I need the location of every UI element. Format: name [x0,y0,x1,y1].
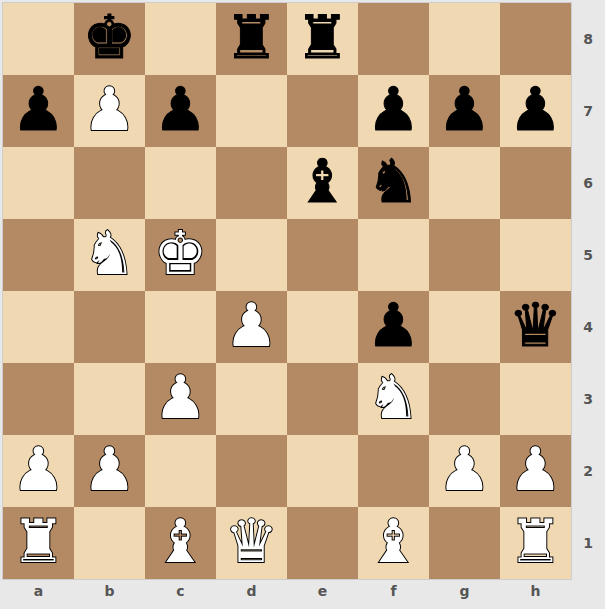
square-g6[interactable] [429,147,500,219]
square-e5[interactable] [287,219,358,291]
file-label-d: d [216,579,287,609]
square-g7[interactable]: ♟ [429,75,500,147]
square-h6[interactable] [500,147,571,219]
file-label-e: e [287,579,358,609]
square-d7[interactable] [216,75,287,147]
file-label-c: c [145,579,216,609]
square-f5[interactable] [358,219,429,291]
square-d4[interactable]: ♟ [216,291,287,363]
black-pawn[interactable]: ♟ [154,79,208,139]
rank-label-5: 5 [571,219,605,291]
square-b2[interactable]: ♟ [74,435,145,507]
square-d2[interactable] [216,435,287,507]
square-g4[interactable] [429,291,500,363]
rank-label-2: 2 [571,435,605,507]
square-c7[interactable]: ♟ [145,75,216,147]
square-c5[interactable]: ♚ [145,219,216,291]
square-b4[interactable] [74,291,145,363]
file-label-a: a [3,579,74,609]
square-c8[interactable] [145,3,216,75]
square-h1[interactable]: ♜ [500,507,571,579]
square-c4[interactable] [145,291,216,363]
square-a6[interactable] [3,147,74,219]
black-pawn[interactable]: ♟ [367,295,421,355]
square-e3[interactable] [287,363,358,435]
black-pawn[interactable]: ♟ [367,79,421,139]
white-pawn[interactable]: ♟ [154,367,208,427]
square-h5[interactable] [500,219,571,291]
square-e1[interactable] [287,507,358,579]
square-d1[interactable]: ♛ [216,507,287,579]
file-labels: abcdefgh [3,579,571,609]
file-label-g: g [429,579,500,609]
square-f3[interactable]: ♞ [358,363,429,435]
white-knight[interactable]: ♞ [367,367,421,427]
rank-label-8: 8 [571,3,605,75]
square-d5[interactable] [216,219,287,291]
white-pawn[interactable]: ♟ [12,439,66,499]
page-background: { "game": "chess", "position": { "fen": … [0,0,605,609]
square-g8[interactable] [429,3,500,75]
square-h7[interactable]: ♟ [500,75,571,147]
square-f7[interactable]: ♟ [358,75,429,147]
square-b5[interactable]: ♞ [74,219,145,291]
file-label-f: f [358,579,429,609]
black-queen[interactable]: ♛ [509,295,563,355]
square-d6[interactable] [216,147,287,219]
white-pawn[interactable]: ♟ [83,439,137,499]
square-b1[interactable] [74,507,145,579]
square-c6[interactable] [145,147,216,219]
white-queen[interactable]: ♛ [225,511,279,571]
square-h3[interactable] [500,363,571,435]
square-f2[interactable] [358,435,429,507]
square-e7[interactable] [287,75,358,147]
white-king[interactable]: ♚ [154,223,208,283]
square-h8[interactable] [500,3,571,75]
square-g3[interactable] [429,363,500,435]
square-a8[interactable] [3,3,74,75]
square-e4[interactable] [287,291,358,363]
square-h2[interactable]: ♟ [500,435,571,507]
black-king[interactable]: ♚ [83,7,137,67]
black-rook[interactable]: ♜ [225,7,279,67]
square-d3[interactable] [216,363,287,435]
square-a3[interactable] [3,363,74,435]
black-pawn[interactable]: ♟ [509,79,563,139]
square-b8[interactable]: ♚ [74,3,145,75]
square-e6[interactable]: ♝ [287,147,358,219]
rank-label-1: 1 [571,507,605,579]
square-c1[interactable]: ♝ [145,507,216,579]
square-a5[interactable] [3,219,74,291]
rank-label-6: 6 [571,147,605,219]
rank-labels: 87654321 [571,3,605,579]
square-f6[interactable]: ♞ [358,147,429,219]
square-a1[interactable]: ♜ [3,507,74,579]
square-h4[interactable]: ♛ [500,291,571,363]
square-b7[interactable]: ♟ [74,75,145,147]
square-f4[interactable]: ♟ [358,291,429,363]
square-c3[interactable]: ♟ [145,363,216,435]
square-g1[interactable] [429,507,500,579]
square-e2[interactable] [287,435,358,507]
white-bishop[interactable]: ♝ [154,511,208,571]
white-rook[interactable]: ♜ [12,511,66,571]
white-pawn[interactable]: ♟ [509,439,563,499]
white-rook[interactable]: ♜ [509,511,563,571]
white-pawn[interactable]: ♟ [438,439,492,499]
square-f1[interactable]: ♝ [358,507,429,579]
square-g2[interactable]: ♟ [429,435,500,507]
black-bishop[interactable]: ♝ [296,151,350,211]
square-e8[interactable]: ♜ [287,3,358,75]
square-f8[interactable] [358,3,429,75]
chess-board: ♚♜♜♟♟♟♟♟♟♝♞♞♚♟♟♛♟♞♟♟♟♟♜♝♛♝♜ [3,3,571,579]
black-rook[interactable]: ♜ [296,7,350,67]
file-label-b: b [74,579,145,609]
square-g5[interactable] [429,219,500,291]
square-c2[interactable] [145,435,216,507]
black-pawn[interactable]: ♟ [438,79,492,139]
square-b3[interactable] [74,363,145,435]
square-a4[interactable] [3,291,74,363]
square-a7[interactable]: ♟ [3,75,74,147]
square-a2[interactable]: ♟ [3,435,74,507]
white-knight[interactable]: ♞ [83,223,137,283]
square-d8[interactable]: ♜ [216,3,287,75]
rank-label-4: 4 [571,291,605,363]
black-pawn[interactable]: ♟ [12,79,66,139]
rank-label-3: 3 [571,363,605,435]
square-b6[interactable] [74,147,145,219]
file-label-h: h [500,579,571,609]
rank-label-7: 7 [571,75,605,147]
black-knight[interactable]: ♞ [367,151,421,211]
white-pawn[interactable]: ♟ [225,295,279,355]
white-pawn[interactable]: ♟ [83,79,137,139]
white-bishop[interactable]: ♝ [367,511,421,571]
